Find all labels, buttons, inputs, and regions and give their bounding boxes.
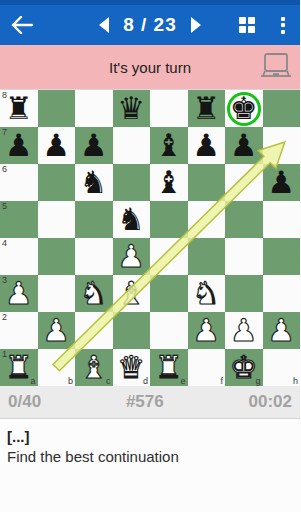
- square-c4[interactable]: [75, 238, 113, 275]
- square-f3[interactable]: ♞: [188, 275, 226, 312]
- square-h8[interactable]: [263, 90, 301, 127]
- square-g8[interactable]: ♚: [225, 90, 263, 127]
- square-b7[interactable]: ♟: [38, 127, 76, 164]
- square-c6[interactable]: ♞: [75, 164, 113, 201]
- square-f6[interactable]: [188, 164, 226, 201]
- piece-white-bishop: ♝: [113, 275, 151, 312]
- moves-counter: 0/40: [8, 392, 41, 412]
- rank-label-5: 5: [2, 201, 7, 211]
- square-c7[interactable]: ♟: [75, 127, 113, 164]
- square-g7[interactable]: ♟: [225, 127, 263, 164]
- square-e1[interactable]: e♜: [150, 349, 188, 386]
- prev-chevron-icon: [96, 16, 110, 34]
- laptop-icon[interactable]: [260, 50, 292, 84]
- square-b8[interactable]: [38, 90, 76, 127]
- board-area: 8♜♛♜♚7♟♟♟♝♟♟6♞♝♟5♞4♟3♟♞♝♞2♟♟♟♟1a♜bc♝d♛e♜…: [0, 89, 300, 385]
- overflow-menu-icon: [281, 17, 285, 21]
- grid-view-icon: [239, 17, 255, 33]
- square-b4[interactable]: [38, 238, 76, 275]
- piece-black-pawn: ♟: [225, 127, 263, 164]
- square-d8[interactable]: ♛: [113, 90, 151, 127]
- move-list: [...]: [7, 428, 293, 445]
- back-arrow-icon: [11, 16, 33, 34]
- square-e7[interactable]: ♝: [150, 127, 188, 164]
- piece-black-rook: ♜: [188, 90, 226, 127]
- square-h2[interactable]: ♟: [263, 312, 301, 349]
- square-d3[interactable]: ♝: [113, 275, 151, 312]
- square-c2[interactable]: [75, 312, 113, 349]
- next-chevron-icon: [190, 16, 204, 34]
- square-c8[interactable]: [75, 90, 113, 127]
- chess-board[interactable]: 8♜♛♜♚7♟♟♟♝♟♟6♞♝♟5♞4♟3♟♞♝♞2♟♟♟♟1a♜bc♝d♛e♜…: [0, 90, 300, 386]
- square-c3[interactable]: ♞: [75, 275, 113, 312]
- piece-white-pawn: ♟: [225, 312, 263, 349]
- square-b1[interactable]: b: [38, 349, 76, 386]
- square-e5[interactable]: [150, 201, 188, 238]
- square-h5[interactable]: [263, 201, 301, 238]
- piece-black-pawn: ♟: [0, 127, 38, 164]
- square-b2[interactable]: ♟: [38, 312, 76, 349]
- task-instruction: Find the best continuation: [7, 448, 293, 465]
- piece-white-knight: ♞: [188, 275, 226, 312]
- file-label-f: f: [220, 376, 223, 386]
- square-a1[interactable]: 1a♜: [0, 349, 38, 386]
- square-d2[interactable]: [113, 312, 151, 349]
- square-d4[interactable]: ♟: [113, 238, 151, 275]
- square-d7[interactable]: [113, 127, 151, 164]
- square-h4[interactable]: [263, 238, 301, 275]
- square-f4[interactable]: [188, 238, 226, 275]
- app-bar: 8 / 23: [0, 0, 300, 45]
- piece-black-pawn: ♟: [38, 127, 76, 164]
- puzzle-number: #576: [41, 392, 248, 412]
- square-h3[interactable]: [263, 275, 301, 312]
- piece-white-pawn: ♟: [0, 275, 38, 312]
- rank-label-6: 6: [2, 164, 7, 174]
- piece-black-queen: ♛: [113, 90, 151, 127]
- rank-label-4: 4: [2, 238, 7, 248]
- square-h7[interactable]: [263, 127, 301, 164]
- square-h6[interactable]: ♟: [263, 164, 301, 201]
- piece-white-bishop: ♝: [75, 349, 113, 386]
- rank-label-2: 2: [2, 312, 7, 322]
- file-label-h: h: [293, 376, 298, 386]
- piece-white-pawn: ♟: [113, 238, 151, 275]
- square-g1[interactable]: g♚: [225, 349, 263, 386]
- square-g3[interactable]: [225, 275, 263, 312]
- piece-black-knight: ♞: [75, 164, 113, 201]
- piece-black-king: ♚: [225, 90, 263, 127]
- piece-white-pawn: ♟: [38, 312, 76, 349]
- piece-white-rook: ♜: [0, 349, 38, 386]
- square-a8[interactable]: 8♜: [0, 90, 38, 127]
- square-g5[interactable]: [225, 201, 263, 238]
- square-e6[interactable]: ♝: [150, 164, 188, 201]
- timer: 00:02: [249, 392, 292, 412]
- piece-white-king: ♚: [225, 349, 263, 386]
- piece-white-pawn: ♟: [263, 312, 301, 349]
- square-g6[interactable]: [225, 164, 263, 201]
- square-a4[interactable]: 4: [0, 238, 38, 275]
- square-e3[interactable]: [150, 275, 188, 312]
- square-f1[interactable]: f: [188, 349, 226, 386]
- piece-black-rook: ♜: [0, 90, 38, 127]
- square-a7[interactable]: 7♟: [0, 127, 38, 164]
- square-a5[interactable]: 5: [0, 201, 38, 238]
- square-b3[interactable]: [38, 275, 76, 312]
- prev-page-button[interactable]: [96, 16, 110, 34]
- piece-white-queen: ♛: [113, 349, 151, 386]
- square-f2[interactable]: ♟: [188, 312, 226, 349]
- square-e2[interactable]: [150, 312, 188, 349]
- grid-view-button[interactable]: [228, 5, 266, 45]
- page-indicator: 8 / 23: [123, 14, 177, 36]
- square-g4[interactable]: [225, 238, 263, 275]
- square-c5[interactable]: [75, 201, 113, 238]
- task-panel: [...] Find the best continuation: [0, 419, 300, 474]
- status-bar: 0/40 #576 00:02: [0, 385, 300, 419]
- next-page-button[interactable]: [190, 16, 204, 34]
- square-f5[interactable]: [188, 201, 226, 238]
- piece-white-rook: ♜: [150, 349, 188, 386]
- square-a6[interactable]: 6: [0, 164, 38, 201]
- square-a2[interactable]: 2: [0, 312, 38, 349]
- square-e4[interactable]: [150, 238, 188, 275]
- back-button[interactable]: [0, 0, 44, 45]
- square-e8[interactable]: [150, 90, 188, 127]
- piece-black-pawn: ♟: [75, 127, 113, 164]
- piece-black-knight: ♞: [113, 201, 151, 238]
- file-label-b: b: [68, 376, 73, 386]
- square-f7[interactable]: ♟: [188, 127, 226, 164]
- turn-text: It's your turn: [109, 59, 191, 76]
- square-a3[interactable]: 3♟: [0, 275, 38, 312]
- square-b5[interactable]: [38, 201, 76, 238]
- square-c1[interactable]: c♝: [75, 349, 113, 386]
- square-d5[interactable]: ♞: [113, 201, 151, 238]
- turn-banner: It's your turn: [0, 45, 300, 89]
- square-h1[interactable]: h: [263, 349, 301, 386]
- piece-black-pawn: ♟: [188, 127, 226, 164]
- square-f8[interactable]: ♜: [188, 90, 226, 127]
- square-d6[interactable]: [113, 164, 151, 201]
- piece-black-bishop: ♝: [150, 127, 188, 164]
- piece-black-bishop: ♝: [150, 164, 188, 201]
- piece-white-knight: ♞: [75, 275, 113, 312]
- square-g2[interactable]: ♟: [225, 312, 263, 349]
- square-d1[interactable]: d♛: [113, 349, 151, 386]
- piece-white-pawn: ♟: [188, 312, 226, 349]
- overflow-menu-button[interactable]: [266, 5, 300, 45]
- square-b6[interactable]: [38, 164, 76, 201]
- piece-black-pawn: ♟: [263, 164, 301, 201]
